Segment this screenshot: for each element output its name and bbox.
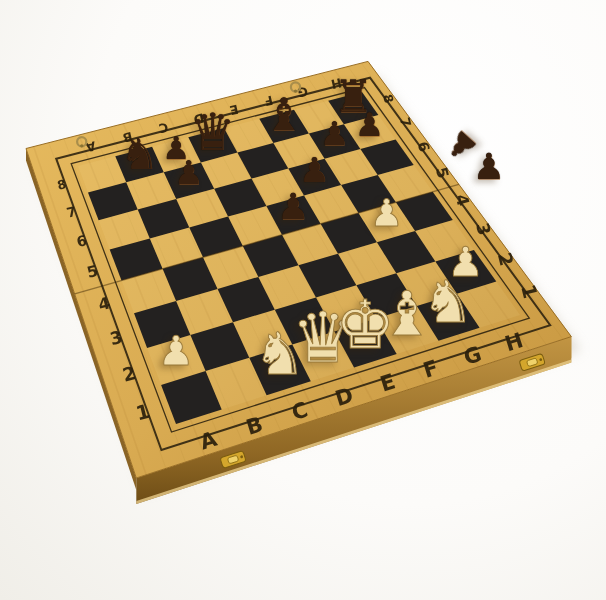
captured-piece-black-pawn-2[interactable]: ♟ [473, 149, 505, 185]
piece-black-pawn-c7[interactable]: ♟ [174, 157, 203, 190]
piece-white-pawn-g4[interactable]: ♟ [370, 195, 404, 233]
piece-black-bishop-f8[interactable]: ♝ [264, 93, 304, 138]
piece-black-pawn-h7[interactable]: ♟ [355, 109, 384, 142]
piece-black-queen-d8[interactable]: ♛ [190, 107, 236, 159]
piece-black-pawn-f6[interactable]: ♟ [299, 153, 330, 187]
photo-canvas: ABCDEFGHABCDEFGH8765432187654321 ♞♟♛♝♜♟♟… [0, 0, 606, 600]
piece-black-knight-b8[interactable]: ♞ [120, 133, 158, 176]
piece-black-pawn-g7[interactable]: ♟ [320, 118, 349, 151]
piece-white-knight-g1[interactable]: ♞ [422, 273, 474, 331]
piece-black-pawn-e5[interactable]: ♟ [277, 189, 309, 225]
piece-white-pawn-a2[interactable]: ♟ [158, 330, 195, 371]
